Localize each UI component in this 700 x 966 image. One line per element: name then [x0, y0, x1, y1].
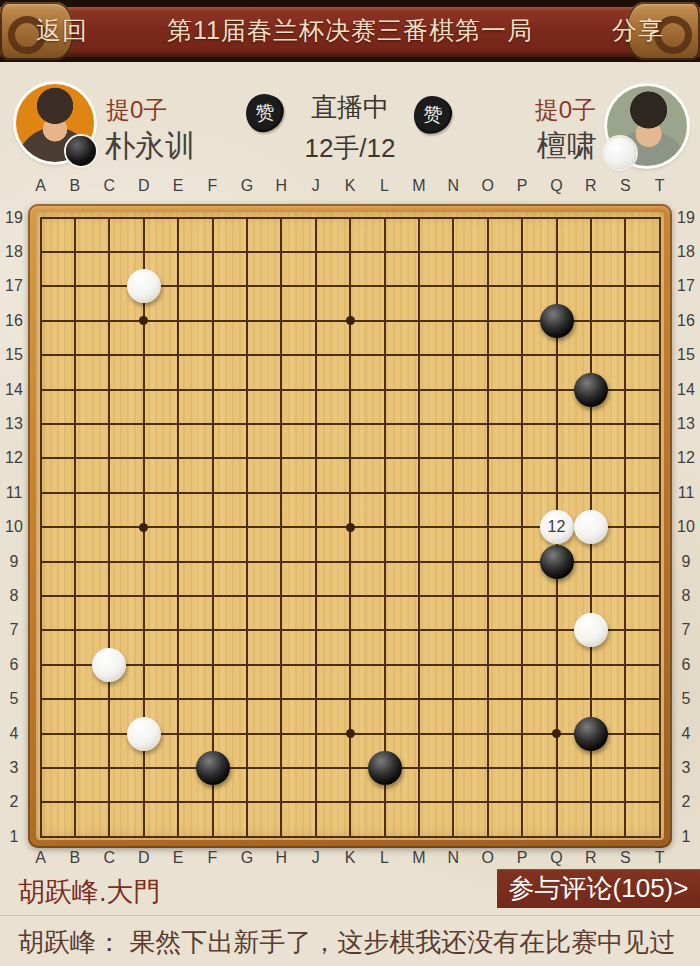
- coord-letter-top: N: [444, 177, 462, 195]
- coord-letter-top: K: [341, 177, 359, 195]
- coord-number-right: 11: [674, 484, 698, 502]
- coord-number-right: 19: [674, 209, 698, 227]
- coord-number-right: 12: [674, 449, 698, 467]
- coord-letter-top: C: [100, 177, 118, 195]
- coord-number-left: 5: [2, 690, 26, 708]
- coord-letter-bottom: N: [444, 849, 462, 867]
- coord-number-right: 1: [674, 828, 698, 846]
- coord-letter-top: Q: [548, 177, 566, 195]
- live-status-label: 直播中: [311, 90, 389, 125]
- coord-number-right: 9: [674, 553, 698, 571]
- coord-letter-top: S: [616, 177, 634, 195]
- goban-frame: [28, 204, 672, 848]
- coord-letter-bottom: E: [169, 849, 187, 867]
- coord-letter-bottom: H: [272, 849, 290, 867]
- share-button[interactable]: 分享: [612, 0, 664, 62]
- coord-letter-bottom: G: [238, 849, 256, 867]
- coord-letter-bottom: R: [582, 849, 600, 867]
- white-stone-badge: [604, 137, 636, 169]
- coord-letter-bottom: Q: [548, 849, 566, 867]
- coord-letter-top: E: [169, 177, 187, 195]
- coord-letter-top: P: [513, 177, 531, 195]
- coord-number-right: 16: [674, 312, 698, 330]
- coord-number-left: 19: [2, 209, 26, 227]
- coord-letter-bottom: B: [66, 849, 84, 867]
- coord-letter-top: D: [135, 177, 153, 195]
- coord-letter-bottom: C: [100, 849, 118, 867]
- coord-letter-bottom: P: [513, 849, 531, 867]
- coord-letter-bottom: D: [135, 849, 153, 867]
- coord-number-left: 1: [2, 828, 26, 846]
- praise-stamp-icon-right[interactable]: 赞: [413, 95, 454, 136]
- coord-number-left: 7: [2, 621, 26, 639]
- black-stone-badge: [66, 136, 96, 166]
- coord-letter-top: O: [479, 177, 497, 195]
- divider-line: [0, 915, 700, 916]
- coord-letter-bottom: O: [479, 849, 497, 867]
- right-player-name: 檀啸: [537, 126, 597, 167]
- commentary-text: 胡跃峰： 果然下出新手了，这步棋我还没有在比赛中见过: [18, 925, 688, 960]
- coord-number-left: 3: [2, 759, 26, 777]
- coord-number-right: 14: [674, 381, 698, 399]
- coord-letter-bottom: M: [410, 849, 428, 867]
- coord-number-right: 17: [674, 277, 698, 295]
- coord-letter-top: J: [307, 177, 325, 195]
- coord-number-right: 5: [674, 690, 698, 708]
- app-screen: 返回 第11届春兰杯决赛三番棋第一局 分享 提0子 朴永训 赞 直播中 12手/…: [0, 0, 700, 966]
- coord-letter-top: A: [32, 177, 50, 195]
- coord-letter-bottom: K: [341, 849, 359, 867]
- coord-letter-bottom: F: [204, 849, 222, 867]
- coord-number-left: 6: [2, 656, 26, 674]
- coord-number-left: 13: [2, 415, 26, 433]
- coord-number-left: 12: [2, 449, 26, 467]
- coord-number-left: 8: [2, 587, 26, 605]
- page-title: 第11届春兰杯决赛三番棋第一局: [0, 0, 700, 62]
- coord-number-left: 17: [2, 277, 26, 295]
- left-captures-label: 提0子: [106, 94, 167, 126]
- coord-number-right: 2: [674, 793, 698, 811]
- coord-number-right: 13: [674, 415, 698, 433]
- coord-number-right: 3: [674, 759, 698, 777]
- coord-number-left: 16: [2, 312, 26, 330]
- coord-number-right: 7: [674, 621, 698, 639]
- coord-letter-top: G: [238, 177, 256, 195]
- coord-letter-bottom: L: [376, 849, 394, 867]
- coord-number-left: 18: [2, 243, 26, 261]
- coord-number-left: 15: [2, 346, 26, 364]
- coord-number-left: 2: [2, 793, 26, 811]
- left-player-name: 朴永训: [105, 126, 195, 167]
- coord-number-left: 11: [2, 484, 26, 502]
- coord-number-left: 9: [2, 553, 26, 571]
- coord-number-right: 6: [674, 656, 698, 674]
- goban-surface[interactable]: [36, 212, 664, 840]
- coord-letter-bottom: S: [616, 849, 634, 867]
- join-comments-button[interactable]: 参与评论(105)>: [497, 869, 700, 908]
- coord-number-left: 4: [2, 725, 26, 743]
- coord-letter-top: M: [410, 177, 428, 195]
- coord-letter-bottom: J: [307, 849, 325, 867]
- live-status-box: 直播中 12手/12: [280, 90, 420, 166]
- coord-number-right: 15: [674, 346, 698, 364]
- move-counter: 12手/12: [304, 131, 395, 166]
- coord-letter-top: L: [376, 177, 394, 195]
- commentator-name: 胡跃峰.大門: [18, 874, 161, 910]
- coord-number-right: 10: [674, 518, 698, 536]
- coord-letter-top: H: [272, 177, 290, 195]
- coord-letter-bottom: A: [32, 849, 50, 867]
- coord-number-right: 18: [674, 243, 698, 261]
- coord-letter-bottom: T: [651, 849, 669, 867]
- coord-letter-top: B: [66, 177, 84, 195]
- coord-number-right: 8: [674, 587, 698, 605]
- coord-letter-top: F: [204, 177, 222, 195]
- coord-letter-top: T: [651, 177, 669, 195]
- coord-number-right: 4: [674, 725, 698, 743]
- coord-letter-top: R: [582, 177, 600, 195]
- right-captures-label: 提0子: [535, 94, 596, 126]
- coord-number-left: 14: [2, 381, 26, 399]
- coord-number-left: 10: [2, 518, 26, 536]
- title-bar: 返回 第11届春兰杯决赛三番棋第一局 分享: [0, 0, 700, 62]
